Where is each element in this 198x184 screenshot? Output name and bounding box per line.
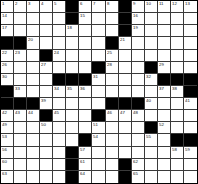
clue-number-12: 12	[172, 1, 177, 5]
black-cell-r15c6	[66, 171, 79, 183]
cell-r2c11[interactable]: 16	[132, 13, 145, 25]
clue-number-37: 37	[159, 86, 164, 90]
cell-r4c11[interactable]	[132, 37, 145, 49]
cell-r7c3[interactable]	[27, 74, 40, 86]
cell-r4c3[interactable]: 20	[27, 37, 40, 49]
clue-number-61: 61	[80, 159, 85, 163]
cell-r4c8[interactable]	[92, 37, 105, 49]
crossword-grid: 1234567891011121314151617181920212223242…	[0, 0, 198, 184]
cell-r13c5[interactable]	[53, 147, 66, 159]
cell-r8c9[interactable]	[106, 86, 119, 98]
cell-r7c1[interactable]: 30	[1, 74, 14, 86]
clue-number-21: 21	[120, 37, 125, 41]
cell-r9c8[interactable]	[92, 98, 105, 110]
cell-r12c6[interactable]	[66, 134, 79, 146]
cell-r14c8[interactable]	[92, 159, 105, 171]
cell-r11c4[interactable]: 50	[40, 122, 53, 134]
cell-r13c4[interactable]	[40, 147, 53, 159]
cell-r14c1[interactable]: 60	[1, 159, 14, 171]
clue-number-63: 63	[2, 171, 7, 175]
cell-r9c6[interactable]	[66, 98, 79, 110]
clue-number-49: 49	[2, 122, 7, 126]
clue-number-24: 24	[54, 50, 59, 54]
clue-number-28: 28	[107, 62, 112, 66]
clue-number-11: 11	[159, 1, 163, 5]
cell-r6c1[interactable]: 26	[1, 62, 14, 74]
cell-r1c4[interactable]: 4	[40, 1, 53, 13]
cell-r14c4[interactable]	[40, 159, 53, 171]
cell-r8c10[interactable]	[119, 86, 132, 98]
cell-r4c10[interactable]: 21	[119, 37, 132, 49]
cell-r10c7[interactable]	[79, 110, 92, 122]
cell-r10c5[interactable]: 45	[53, 110, 66, 122]
cell-r3c11[interactable]: 19	[132, 25, 145, 37]
cell-r1c1[interactable]: 1	[1, 1, 14, 13]
clue-number-40: 40	[146, 98, 151, 102]
cell-r11c14[interactable]	[171, 122, 184, 134]
cell-r10c1[interactable]: 42	[1, 110, 14, 122]
cell-r13c9[interactable]	[106, 147, 119, 159]
cell-r5c7[interactable]	[79, 50, 92, 62]
clue-number-65: 65	[133, 171, 138, 175]
cell-r10c2[interactable]: 43	[14, 110, 27, 122]
cell-r9c4[interactable]: 39	[40, 98, 53, 110]
cell-r8c2[interactable]: 33	[14, 86, 27, 98]
cell-r2c14[interactable]	[171, 13, 184, 25]
clue-number-1: 1	[2, 1, 4, 5]
clue-number-8: 8	[107, 1, 109, 5]
cell-r1c12[interactable]: 10	[145, 1, 158, 13]
cell-r10c13[interactable]	[158, 110, 171, 122]
cell-r2c9[interactable]	[106, 13, 119, 25]
cell-r4c12[interactable]	[145, 37, 158, 49]
black-cell-r7c15	[184, 74, 197, 86]
cell-r5c15[interactable]	[184, 50, 197, 62]
cell-r3c6[interactable]: 18	[66, 25, 79, 37]
cell-r8c3[interactable]	[27, 86, 40, 98]
clue-number-10: 10	[146, 1, 151, 5]
black-cell-r9c1	[1, 98, 14, 110]
clue-number-9: 9	[133, 1, 135, 5]
cell-r2c4[interactable]	[40, 13, 53, 25]
cell-r5c6[interactable]	[66, 50, 79, 62]
cell-r5c5[interactable]: 24	[53, 50, 66, 62]
cell-r4c6[interactable]	[66, 37, 79, 49]
cell-r13c7[interactable]: 57	[79, 147, 92, 159]
clue-number-53: 53	[2, 134, 7, 138]
black-cell-r12c7	[79, 134, 92, 146]
clue-number-27: 27	[41, 62, 46, 66]
cell-r3c4[interactable]	[40, 25, 53, 37]
cell-r14c14[interactable]	[171, 159, 184, 171]
cell-r3c2[interactable]	[14, 25, 27, 37]
cell-r11c8[interactable]: 51	[92, 122, 105, 134]
cell-r11c6[interactable]	[66, 122, 79, 134]
cell-r9c12[interactable]: 40	[145, 98, 158, 110]
black-cell-r9c2	[14, 98, 27, 110]
clue-number-64: 64	[80, 171, 85, 175]
clue-number-39: 39	[41, 98, 46, 102]
cell-r3c14[interactable]	[171, 25, 184, 37]
black-cell-r4c1	[1, 37, 14, 49]
cell-r14c5[interactable]	[53, 159, 66, 171]
cell-r7c11[interactable]	[132, 74, 145, 86]
black-cell-r8c1	[1, 86, 14, 98]
cell-r7c8[interactable]: 31	[92, 74, 105, 86]
cell-r13c13[interactable]	[158, 147, 171, 159]
black-cell-r13c6	[66, 147, 79, 159]
clue-number-43: 43	[15, 110, 20, 114]
cell-r1c2[interactable]: 2	[14, 1, 27, 13]
clue-number-7: 7	[93, 1, 95, 5]
cell-r13c3[interactable]	[27, 147, 40, 159]
black-cell-r12c15	[184, 134, 197, 146]
black-cell-r7c5	[53, 74, 66, 86]
cell-r13c8[interactable]	[92, 147, 105, 159]
clue-number-36: 36	[80, 86, 85, 90]
cell-r14c11[interactable]: 62	[132, 159, 145, 171]
cell-r3c5[interactable]	[53, 25, 66, 37]
clue-number-15: 15	[80, 13, 85, 17]
cell-r15c12[interactable]	[145, 171, 158, 183]
cell-r3c13[interactable]	[158, 25, 171, 37]
clue-number-50: 50	[41, 122, 46, 126]
cell-r14c9[interactable]	[106, 159, 119, 171]
clue-number-18: 18	[67, 25, 72, 29]
clue-number-38: 38	[172, 86, 177, 90]
black-cell-r14c6	[66, 159, 79, 171]
clue-number-4: 4	[41, 1, 43, 5]
cell-r3c15[interactable]	[184, 25, 197, 37]
black-cell-r9c9	[106, 98, 119, 110]
black-cell-r7c7	[79, 74, 92, 86]
cell-r13c15[interactable]: 59	[184, 147, 197, 159]
cell-r6c15[interactable]	[184, 62, 197, 74]
cell-r13c11[interactable]	[132, 147, 145, 159]
cell-r2c5[interactable]	[53, 13, 66, 25]
cell-r3c1[interactable]: 17	[1, 25, 14, 37]
cell-r12c4[interactable]	[40, 134, 53, 146]
clue-number-42: 42	[2, 110, 7, 114]
cell-r15c11[interactable]: 65	[132, 171, 145, 183]
clue-number-2: 2	[15, 1, 17, 5]
cell-r8c13[interactable]: 37	[158, 86, 171, 98]
black-cell-r10c4	[40, 110, 53, 122]
black-cell-r12c14	[171, 134, 184, 146]
cell-r2c3[interactable]	[27, 13, 40, 25]
clue-number-33: 33	[15, 86, 20, 90]
black-cell-r10c8	[92, 110, 105, 122]
clue-number-54: 54	[93, 134, 98, 138]
clue-number-25: 25	[107, 50, 112, 54]
cell-r10c12[interactable]	[145, 110, 158, 122]
clue-number-3: 3	[28, 1, 30, 5]
cell-r13c10[interactable]	[119, 147, 132, 159]
clue-number-57: 57	[80, 147, 85, 151]
cell-r6c13[interactable]: 29	[158, 62, 171, 74]
cell-r10c14[interactable]	[171, 110, 184, 122]
cell-r3c8[interactable]	[92, 25, 105, 37]
clue-number-45: 45	[54, 110, 59, 114]
cell-r1c11[interactable]: 9	[132, 1, 145, 13]
clue-number-58: 58	[172, 147, 177, 151]
cell-r7c9[interactable]	[106, 74, 119, 86]
black-cell-r9c10	[119, 98, 132, 110]
clue-number-13: 13	[185, 1, 190, 5]
cell-r11c10[interactable]	[119, 122, 132, 134]
cell-r14c3[interactable]	[27, 159, 40, 171]
cell-r1c8[interactable]: 7	[92, 1, 105, 13]
cell-r6c14[interactable]	[171, 62, 184, 74]
cell-r10c15[interactable]	[184, 110, 197, 122]
cell-r7c10[interactable]	[119, 74, 132, 86]
clue-number-46: 46	[107, 110, 112, 114]
clue-number-14: 14	[2, 13, 7, 17]
cell-r10c11[interactable]: 48	[132, 110, 145, 122]
cell-r7c12[interactable]: 32	[145, 74, 158, 86]
cell-r15c7[interactable]: 64	[79, 171, 92, 183]
cell-r15c13[interactable]	[158, 171, 171, 183]
cell-r12c3[interactable]	[27, 134, 40, 146]
cell-r7c4[interactable]	[40, 74, 53, 86]
black-cell-r15c10	[119, 171, 132, 183]
cell-r13c1[interactable]: 56	[1, 147, 14, 159]
clue-number-23: 23	[15, 50, 20, 54]
cell-r2c8[interactable]	[92, 13, 105, 25]
cell-r6c3[interactable]	[27, 62, 40, 74]
cell-r9c14[interactable]	[171, 98, 184, 110]
cell-r8c11[interactable]	[132, 86, 145, 98]
cell-r15c4[interactable]	[40, 171, 53, 183]
cell-r9c13[interactable]	[158, 98, 171, 110]
cell-r6c11[interactable]	[132, 62, 145, 74]
cell-r5c8[interactable]	[92, 50, 105, 62]
cell-r1c15[interactable]: 13	[184, 1, 197, 13]
cell-r9c7[interactable]	[79, 98, 92, 110]
black-cell-r11c12	[145, 122, 158, 134]
clue-number-47: 47	[120, 110, 125, 114]
cell-r6c9[interactable]: 28	[106, 62, 119, 74]
cell-r14c13[interactable]	[158, 159, 171, 171]
black-cell-r6c8	[92, 62, 105, 74]
clue-number-34: 34	[54, 86, 59, 90]
cell-r5c11[interactable]	[132, 50, 145, 62]
cell-r11c5[interactable]	[53, 122, 66, 134]
black-cell-r9c3	[27, 98, 40, 110]
clue-number-35: 35	[67, 86, 72, 90]
clue-number-22: 22	[2, 50, 7, 54]
cell-r11c15[interactable]	[184, 122, 197, 134]
cell-r6c10[interactable]	[119, 62, 132, 74]
clue-number-5: 5	[54, 1, 56, 5]
clue-number-30: 30	[2, 74, 7, 78]
clue-number-17: 17	[2, 25, 7, 29]
cell-r15c9[interactable]	[106, 171, 119, 183]
black-cell-r7c14	[171, 74, 184, 86]
clue-number-44: 44	[28, 110, 33, 114]
cell-r13c2[interactable]	[14, 147, 27, 159]
cell-r15c15[interactable]	[184, 171, 197, 183]
cell-r10c3[interactable]: 44	[27, 110, 40, 122]
cell-r1c5[interactable]: 5	[53, 1, 66, 13]
cell-r2c1[interactable]: 14	[1, 13, 14, 25]
clue-number-20: 20	[28, 37, 33, 41]
cell-r14c7[interactable]: 61	[79, 159, 92, 171]
cell-r12c9[interactable]	[106, 134, 119, 146]
cell-r1c9[interactable]: 8	[106, 1, 119, 13]
clue-number-51: 51	[93, 122, 98, 126]
cell-r15c2[interactable]	[14, 171, 27, 183]
cell-r5c13[interactable]	[158, 50, 171, 62]
cell-r8c6[interactable]: 35	[66, 86, 79, 98]
cell-r3c9[interactable]	[106, 25, 119, 37]
cell-r4c13[interactable]	[158, 37, 171, 49]
black-cell-r7c13	[158, 74, 171, 86]
cell-r11c3[interactable]	[27, 122, 40, 134]
cell-r9c5[interactable]	[53, 98, 66, 110]
cell-r2c15[interactable]	[184, 13, 197, 25]
cell-r10c9[interactable]: 46	[106, 110, 119, 122]
clue-number-62: 62	[133, 159, 138, 163]
cell-r5c9[interactable]: 25	[106, 50, 119, 62]
cell-r12c2[interactable]	[14, 134, 27, 146]
cell-r3c3[interactable]	[27, 25, 40, 37]
cell-r3c12[interactable]	[145, 25, 158, 37]
black-cell-r9c11	[132, 98, 145, 110]
cell-r8c12[interactable]	[145, 86, 158, 98]
cell-r1c3[interactable]: 3	[27, 1, 40, 13]
cell-r4c7[interactable]	[79, 37, 92, 49]
cell-r11c11[interactable]	[132, 122, 145, 134]
cell-r6c5[interactable]	[53, 62, 66, 74]
cell-r1c13[interactable]: 11	[158, 1, 171, 13]
cell-r12c11[interactable]	[132, 134, 145, 146]
cell-r5c3[interactable]	[27, 50, 40, 62]
cell-r4c15[interactable]	[184, 37, 197, 49]
cell-r12c13[interactable]	[158, 134, 171, 146]
cell-r11c7[interactable]	[79, 122, 92, 134]
cell-r15c3[interactable]	[27, 171, 40, 183]
black-cell-r14c10	[119, 159, 132, 171]
cell-r8c5[interactable]: 34	[53, 86, 66, 98]
cell-r11c9[interactable]	[106, 122, 119, 134]
cell-r12c5[interactable]	[53, 134, 66, 146]
black-cell-r1c6	[66, 1, 79, 13]
black-cell-r1c10	[119, 1, 132, 13]
clue-number-26: 26	[2, 62, 7, 66]
black-cell-r2c10	[119, 13, 132, 25]
clue-number-6: 6	[80, 1, 82, 5]
black-cell-r3c10	[119, 25, 132, 37]
black-cell-r7c6	[66, 74, 79, 86]
cell-r5c1[interactable]: 22	[1, 50, 14, 62]
cell-r10c6[interactable]	[66, 110, 79, 122]
clue-number-59: 59	[185, 147, 190, 151]
cell-r5c2[interactable]: 23	[14, 50, 27, 62]
clue-number-19: 19	[133, 25, 138, 29]
cell-r15c8[interactable]	[92, 171, 105, 183]
cell-r14c2[interactable]	[14, 159, 27, 171]
black-cell-r8c15	[184, 86, 197, 98]
cell-r4c5[interactable]	[53, 37, 66, 49]
cell-r9c15[interactable]: 41	[184, 98, 197, 110]
cell-r6c6[interactable]	[66, 62, 79, 74]
clue-number-32: 32	[146, 74, 151, 78]
cell-r5c10[interactable]	[119, 50, 132, 62]
clue-number-60: 60	[2, 159, 7, 163]
cell-r2c12[interactable]	[145, 13, 158, 25]
cell-r5c12[interactable]	[145, 50, 158, 62]
clue-number-16: 16	[133, 13, 138, 17]
clue-number-55: 55	[146, 134, 151, 138]
black-cell-r6c12	[145, 62, 158, 74]
cell-r8c4[interactable]	[40, 86, 53, 98]
cell-r13c14[interactable]: 58	[171, 147, 184, 159]
cell-r14c12[interactable]	[145, 159, 158, 171]
cell-r8c8[interactable]	[92, 86, 105, 98]
cell-r3c7[interactable]	[79, 25, 92, 37]
cell-r13c12[interactable]	[145, 147, 158, 159]
cell-r12c8[interactable]: 54	[92, 134, 105, 146]
black-cell-r4c9	[106, 37, 119, 49]
cell-r14c15[interactable]	[184, 159, 197, 171]
cell-r5c14[interactable]	[171, 50, 184, 62]
cell-r4c14[interactable]	[171, 37, 184, 49]
cell-r15c1[interactable]: 63	[1, 171, 14, 183]
cell-r7c2[interactable]	[14, 74, 27, 86]
black-cell-r4c2	[14, 37, 27, 49]
cell-r12c1[interactable]: 53	[1, 134, 14, 146]
cell-r8c14[interactable]: 38	[171, 86, 184, 98]
cell-r2c2[interactable]	[14, 13, 27, 25]
black-cell-r5c4	[40, 50, 53, 62]
cell-r11c13[interactable]: 52	[158, 122, 171, 134]
clue-number-48: 48	[133, 110, 138, 114]
clue-number-41: 41	[185, 98, 190, 102]
black-cell-r2c6	[66, 13, 79, 25]
cell-r2c13[interactable]	[158, 13, 171, 25]
cell-r11c1[interactable]: 49	[1, 122, 14, 134]
clue-number-31: 31	[93, 74, 98, 78]
cell-r12c12[interactable]: 55	[145, 134, 158, 146]
cell-r6c2[interactable]	[14, 62, 27, 74]
clue-number-29: 29	[159, 62, 164, 66]
cell-r15c14[interactable]	[171, 171, 184, 183]
cell-r12c10[interactable]	[119, 134, 132, 146]
cell-r1c14[interactable]: 12	[171, 1, 184, 13]
cell-r10c10[interactable]: 47	[119, 110, 132, 122]
cell-r4c4[interactable]	[40, 37, 53, 49]
clue-number-56: 56	[2, 147, 7, 151]
cell-r6c4[interactable]: 27	[40, 62, 53, 74]
cell-r8c7[interactable]: 36	[79, 86, 92, 98]
cell-r1c7[interactable]: 6	[79, 1, 92, 13]
cell-r2c7[interactable]: 15	[79, 13, 92, 25]
cell-r6c7[interactable]	[79, 62, 92, 74]
clue-number-52: 52	[159, 122, 164, 126]
cell-r11c2[interactable]	[14, 122, 27, 134]
cell-r15c5[interactable]	[53, 171, 66, 183]
